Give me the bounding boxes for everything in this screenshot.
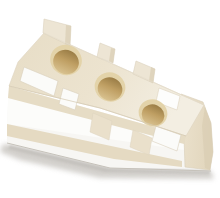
product-photo-svg — [0, 0, 220, 198]
product-photo-figure: Rectangular cream plastic housing in thr… — [0, 0, 220, 198]
